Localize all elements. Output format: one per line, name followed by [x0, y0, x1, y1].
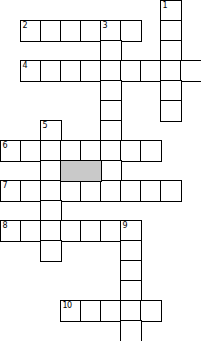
crossword-cell[interactable] [60, 300, 82, 322]
crossword-cell[interactable] [100, 20, 122, 42]
crossword-cell[interactable] [60, 140, 82, 162]
crossword-cell[interactable] [20, 140, 42, 162]
crossword-cell[interactable] [0, 220, 22, 242]
crossword-cell[interactable] [120, 220, 142, 242]
crossword-cell[interactable] [100, 300, 122, 322]
crossword-cell[interactable] [160, 40, 182, 62]
crossword-cell[interactable] [100, 60, 122, 82]
crossword-cell[interactable] [120, 320, 142, 341]
crossword-cell[interactable] [80, 60, 102, 82]
crossword-cell[interactable] [100, 100, 122, 122]
crossword-cell[interactable] [100, 80, 122, 102]
crossword-cell[interactable] [100, 220, 122, 242]
crossword-cell[interactable] [160, 0, 182, 22]
crossword-cell[interactable] [40, 120, 62, 142]
crossword-cell[interactable] [40, 160, 62, 182]
crossword-cell[interactable] [100, 180, 122, 202]
crossword-cell[interactable] [0, 140, 22, 162]
crossword-cell[interactable] [100, 40, 122, 62]
crossword-cell[interactable] [80, 140, 102, 162]
crossword-cell[interactable] [40, 180, 62, 202]
crossword-cell[interactable] [120, 240, 142, 262]
crossword-cell[interactable] [60, 220, 82, 242]
crossword-cell[interactable] [80, 300, 102, 322]
crossword-cell[interactable] [40, 20, 62, 42]
crossword-cell[interactable] [80, 220, 102, 242]
crossword-cell[interactable] [160, 100, 182, 122]
crossword-cell[interactable] [120, 180, 142, 202]
crossword-cell[interactable] [40, 60, 62, 82]
crossword-cell[interactable] [120, 300, 142, 322]
crossword-cell[interactable] [40, 220, 62, 242]
crossword-cell[interactable] [100, 160, 122, 182]
crossword-cell[interactable] [120, 60, 142, 82]
crossword-board: 12345678910 [0, 0, 201, 341]
crossword-cell[interactable] [0, 180, 22, 202]
crossword-cell[interactable] [160, 180, 182, 202]
crossword-cell[interactable] [100, 120, 122, 142]
crossword-cell[interactable] [40, 240, 62, 262]
crossword-cell[interactable] [120, 140, 142, 162]
crossword-cell[interactable] [60, 20, 82, 42]
crossword-cell[interactable] [40, 200, 62, 222]
crossword-cell[interactable] [120, 260, 142, 282]
crossword-cell[interactable] [20, 20, 42, 42]
crossword-cell[interactable] [60, 60, 82, 82]
crossword-cell[interactable] [140, 180, 162, 202]
crossword-cell[interactable] [180, 60, 201, 82]
crossword-cell[interactable] [60, 180, 82, 202]
crossword-cell[interactable] [40, 140, 62, 162]
crossword-cell[interactable] [140, 140, 162, 162]
crossword-cell[interactable] [160, 20, 182, 42]
crossword-cell[interactable] [160, 60, 182, 82]
crossword-cell[interactable] [80, 20, 102, 42]
crossword-cell[interactable] [20, 180, 42, 202]
crossword-cell[interactable] [20, 220, 42, 242]
crossword-cell[interactable] [20, 60, 42, 82]
crossword-cell[interactable] [140, 300, 162, 322]
crossword-cell[interactable] [120, 20, 142, 42]
crossword-cell[interactable] [120, 280, 142, 302]
crossword-cell[interactable] [100, 140, 122, 162]
crossword-cell[interactable] [160, 80, 182, 102]
crossword-cell[interactable] [80, 180, 102, 202]
crossword-cell[interactable] [140, 60, 162, 82]
blocked-cell [60, 160, 102, 182]
